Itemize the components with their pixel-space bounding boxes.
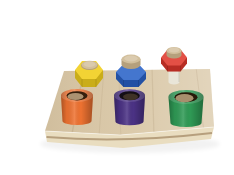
green-cylinder-nut — [169, 90, 204, 127]
yellow-bolt-cap-highlight — [84, 62, 96, 68]
blue-bolt-cap-highlight — [124, 56, 138, 62]
toy-photo — [0, 0, 234, 175]
green-bolt-head-inside — [176, 94, 194, 102]
purple-cylinder-nut — [114, 89, 145, 125]
scene-canvas — [0, 0, 234, 175]
orange-bolt-head-inside — [68, 93, 84, 100]
red-bolt-cap-highlight — [169, 48, 180, 53]
yellow-hex-nut — [75, 61, 103, 87]
orange-cylinder-nut — [61, 89, 93, 125]
purple-bolt-head-inside — [123, 94, 138, 101]
